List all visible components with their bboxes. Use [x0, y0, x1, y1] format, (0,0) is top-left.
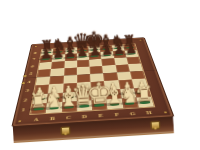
square-g5[interactable] [115, 64, 130, 72]
square-d5[interactable] [77, 66, 90, 74]
brass-screw-icon [18, 120, 21, 122]
brass-hinge-icon [23, 75, 26, 77]
file-label-b: B [44, 115, 61, 123]
black-pawn-g7[interactable]: ♟ [113, 43, 125, 57]
square-b5[interactable] [50, 68, 64, 76]
black-pawn-a7[interactable]: ♟ [40, 47, 52, 61]
box-front-face [13, 116, 174, 143]
square-h1[interactable]: ♜ [136, 96, 154, 107]
file-label-a: A [28, 116, 45, 124]
black-pawn-h7[interactable]: ♟ [125, 42, 137, 56]
black-pawn-f7[interactable]: ♟ [101, 43, 113, 57]
brass-screw-icon [35, 46, 37, 47]
file-label-h: H [140, 109, 158, 117]
brass-screw-icon [164, 111, 167, 113]
brass-clasp-icon [61, 126, 71, 135]
square-c6[interactable] [64, 60, 77, 68]
file-label-d: D [76, 113, 92, 121]
brass-clasp-icon [150, 120, 160, 129]
black-pawn-d7[interactable]: ♟ [76, 45, 88, 59]
file-label-g: G [124, 110, 142, 118]
brass-screw-icon [139, 40, 141, 41]
black-pawn-c7[interactable]: ♟ [64, 46, 76, 60]
file-label-f: F [108, 111, 125, 119]
board-grid: ♜♞♝♛♚♝♞♜♟♟♟♟♟♟♟♟♟♟♟♟♟♟♟♟♜♞♝♛♚♝♞♜ [29, 43, 155, 114]
square-c5[interactable] [64, 67, 77, 75]
file-label-e: E [92, 112, 109, 120]
white-rook-h1[interactable]: ♜ [136, 84, 155, 105]
chess-set-photo: ♜♞♝♛♚♝♞♜♟♟♟♟♟♟♟♟♟♟♟♟♟♟♟♟♜♞♝♛♚♝♞♜ ABCDEFG… [0, 0, 200, 150]
file-label-c: C [60, 114, 76, 122]
rank-label-1: 1 [18, 105, 28, 116]
black-pawn-b7[interactable]: ♟ [52, 46, 64, 60]
black-pawn-e7[interactable]: ♟ [89, 44, 101, 58]
chess-board: ♜♞♝♛♚♝♞♜♟♟♟♟♟♟♟♟♟♟♟♟♟♟♟♟♜♞♝♛♚♝♞♜ ABCDEFG… [11, 37, 174, 127]
